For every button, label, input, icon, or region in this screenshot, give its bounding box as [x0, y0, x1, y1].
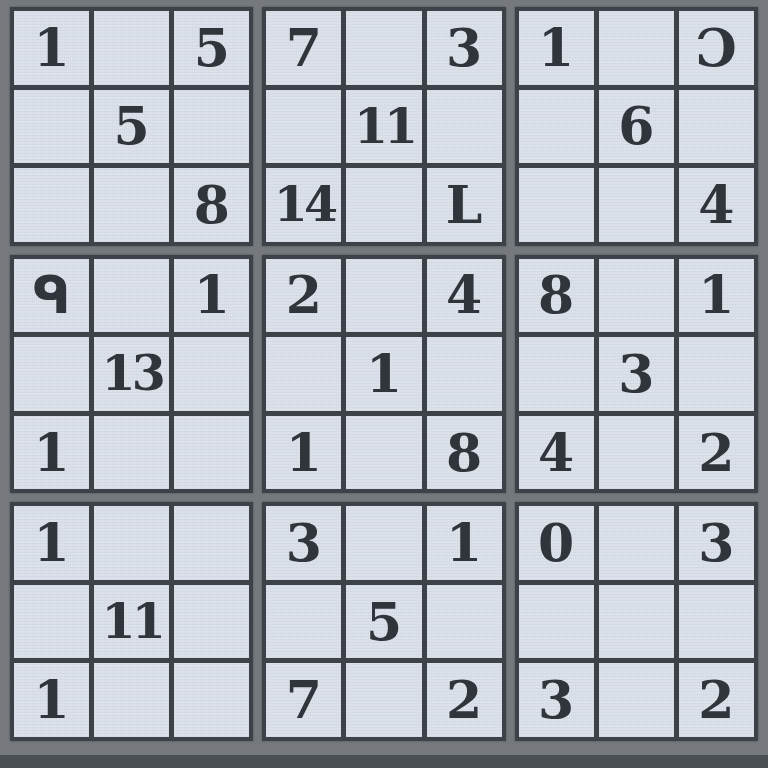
cell-r6c5[interactable] [346, 416, 421, 490]
cell-r2c3[interactable] [174, 90, 249, 164]
cell-r5c4[interactable] [266, 337, 341, 411]
cell-r4c7[interactable]: 8 [519, 259, 594, 333]
cell-r2c1[interactable] [14, 90, 89, 164]
cell-r9c6[interactable]: 2 [427, 663, 502, 737]
cell-r4c3[interactable]: 1 [174, 259, 249, 333]
cell-r2c2[interactable]: 5 [94, 90, 169, 164]
cell-r7c5[interactable] [346, 506, 421, 580]
box-2-3: 81342 [515, 255, 758, 494]
cell-r9c4[interactable]: 7 [266, 663, 341, 737]
cell-r8c5[interactable]: 5 [346, 585, 421, 659]
cell-r8c3[interactable] [174, 585, 249, 659]
cell-r5c7[interactable] [519, 337, 594, 411]
cell-r1c5[interactable] [346, 11, 421, 85]
cell-r7c8[interactable] [599, 506, 674, 580]
cell-r5c9[interactable] [679, 337, 754, 411]
cell-r5c3[interactable] [174, 337, 249, 411]
cell-r7c2[interactable] [94, 506, 169, 580]
cell-r9c5[interactable] [346, 663, 421, 737]
cell-r5c6[interactable] [427, 337, 502, 411]
cell-r3c4[interactable]: 14 [266, 168, 341, 242]
cell-r1c1[interactable]: 1 [14, 11, 89, 85]
cell-r1c2[interactable] [94, 11, 169, 85]
cell-r8c2[interactable]: 11 [94, 585, 169, 659]
cell-r2c5[interactable]: 11 [346, 90, 421, 164]
cell-r7c3[interactable] [174, 506, 249, 580]
cell-r7c1[interactable]: 1 [14, 506, 89, 580]
cell-r2c7[interactable] [519, 90, 594, 164]
cell-r3c7[interactable] [519, 168, 594, 242]
box-2-1: ᑫ1131 [10, 255, 253, 494]
cell-r1c3[interactable]: 5 [174, 11, 249, 85]
sudoku-page: 1558731114L1Ɔ64ᑫ113124118813421111315720… [0, 0, 768, 768]
cell-r8c4[interactable] [266, 585, 341, 659]
cell-r9c3[interactable] [174, 663, 249, 737]
cell-r4c8[interactable] [599, 259, 674, 333]
cell-r6c2[interactable] [94, 416, 169, 490]
cell-r8c8[interactable] [599, 585, 674, 659]
cell-r3c2[interactable] [94, 168, 169, 242]
cell-r7c7[interactable]: 0 [519, 506, 594, 580]
cell-r4c6[interactable]: 4 [427, 259, 502, 333]
cell-r6c3[interactable] [174, 416, 249, 490]
box-2-2: 24118 [262, 255, 505, 494]
cell-r1c8[interactable] [599, 11, 674, 85]
cell-r6c6[interactable]: 8 [427, 416, 502, 490]
cell-r6c9[interactable]: 2 [679, 416, 754, 490]
cell-r7c9[interactable]: 3 [679, 506, 754, 580]
cell-r8c7[interactable] [519, 585, 594, 659]
cell-r2c4[interactable] [266, 90, 341, 164]
cell-r9c9[interactable]: 2 [679, 663, 754, 737]
cell-r4c1[interactable]: ᑫ [14, 259, 89, 333]
box-1-3: 1Ɔ64 [515, 7, 758, 246]
box-3-1: 1111 [10, 502, 253, 741]
cell-r3c3[interactable]: 8 [174, 168, 249, 242]
cell-r8c6[interactable] [427, 585, 502, 659]
cell-r3c9[interactable]: 4 [679, 168, 754, 242]
cell-r1c6[interactable]: 3 [427, 11, 502, 85]
cell-r3c6[interactable]: L [427, 168, 502, 242]
cell-r8c1[interactable] [14, 585, 89, 659]
sudoku-board: 1558731114L1Ɔ64ᑫ113124118813421111315720… [10, 7, 758, 741]
cell-r5c5[interactable]: 1 [346, 337, 421, 411]
box-1-2: 731114L [262, 7, 505, 246]
box-3-3: 0332 [515, 502, 758, 741]
cell-r4c2[interactable] [94, 259, 169, 333]
box-1-1: 1558 [10, 7, 253, 246]
cell-r9c8[interactable] [599, 663, 674, 737]
cell-r7c4[interactable]: 3 [266, 506, 341, 580]
cell-r2c9[interactable] [679, 90, 754, 164]
cell-r9c1[interactable]: 1 [14, 663, 89, 737]
cell-r5c8[interactable]: 3 [599, 337, 674, 411]
cell-r5c2[interactable]: 13 [94, 337, 169, 411]
cell-r3c5[interactable] [346, 168, 421, 242]
cell-r4c9[interactable]: 1 [679, 259, 754, 333]
cell-r6c4[interactable]: 1 [266, 416, 341, 490]
cell-r5c1[interactable] [14, 337, 89, 411]
cell-r2c8[interactable]: 6 [599, 90, 674, 164]
cell-r3c1[interactable] [14, 168, 89, 242]
cell-r7c6[interactable]: 1 [427, 506, 502, 580]
cell-r3c8[interactable] [599, 168, 674, 242]
cell-r4c4[interactable]: 2 [266, 259, 341, 333]
cell-r9c2[interactable] [94, 663, 169, 737]
box-3-2: 31572 [262, 502, 505, 741]
cell-r2c6[interactable] [427, 90, 502, 164]
cell-r6c1[interactable]: 1 [14, 416, 89, 490]
cell-r1c7[interactable]: 1 [519, 11, 594, 85]
cell-r4c5[interactable] [346, 259, 421, 333]
cell-r1c9[interactable]: Ɔ [679, 11, 754, 85]
cell-r6c7[interactable]: 4 [519, 416, 594, 490]
cell-r6c8[interactable] [599, 416, 674, 490]
cell-r8c9[interactable] [679, 585, 754, 659]
cell-r1c4[interactable]: 7 [266, 11, 341, 85]
cell-r9c7[interactable]: 3 [519, 663, 594, 737]
